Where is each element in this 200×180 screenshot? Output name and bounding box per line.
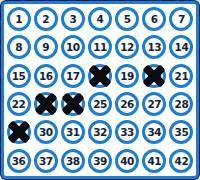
number-label: 42 bbox=[175, 156, 189, 167]
number-label: 40 bbox=[120, 156, 134, 167]
number-label: 8 bbox=[15, 42, 22, 53]
number-cell-20[interactable]: 20 bbox=[141, 62, 168, 90]
number-cell-15[interactable]: 15 bbox=[5, 62, 32, 90]
number-cell-42[interactable]: 42 bbox=[168, 147, 195, 175]
number-cell-9[interactable]: 9 bbox=[32, 33, 59, 61]
number-label: 16 bbox=[39, 71, 53, 82]
number-cell-37[interactable]: 37 bbox=[32, 147, 59, 175]
number-circle: 27 bbox=[142, 92, 166, 116]
number-label: 5 bbox=[124, 14, 131, 25]
number-cell-13[interactable]: 13 bbox=[141, 33, 168, 61]
number-circle: 2 bbox=[34, 7, 58, 31]
number-cell-25[interactable]: 25 bbox=[86, 90, 113, 118]
ticket-frame: 1234567891011121314151617181920212223242… bbox=[0, 0, 200, 180]
number-cell-29[interactable]: 29 bbox=[5, 118, 32, 146]
number-circle: 25 bbox=[88, 92, 112, 116]
number-circle: 37 bbox=[34, 149, 58, 173]
number-cell-26[interactable]: 26 bbox=[114, 90, 141, 118]
number-cell-11[interactable]: 11 bbox=[86, 33, 113, 61]
number-label: 33 bbox=[120, 127, 134, 138]
number-cell-14[interactable]: 14 bbox=[168, 33, 195, 61]
number-circle: 3 bbox=[61, 7, 85, 31]
number-circle: 30 bbox=[34, 120, 58, 144]
number-circle: 31 bbox=[61, 120, 85, 144]
number-label: 3 bbox=[69, 14, 76, 25]
number-label: 21 bbox=[175, 71, 189, 82]
number-cell-30[interactable]: 30 bbox=[32, 118, 59, 146]
number-label: 35 bbox=[175, 127, 189, 138]
number-label: 32 bbox=[93, 127, 107, 138]
number-cell-5[interactable]: 5 bbox=[114, 5, 141, 33]
number-label: 10 bbox=[66, 42, 80, 53]
number-label: 17 bbox=[66, 71, 80, 82]
number-circle: 21 bbox=[169, 64, 193, 88]
number-circle: 35 bbox=[169, 120, 193, 144]
number-label: 7 bbox=[178, 14, 185, 25]
number-cell-23[interactable]: 23 bbox=[32, 90, 59, 118]
number-label: 19 bbox=[120, 71, 134, 82]
number-circle: 36 bbox=[7, 149, 31, 173]
number-label: 25 bbox=[93, 99, 107, 110]
number-cell-41[interactable]: 41 bbox=[141, 147, 168, 175]
number-cell-24[interactable]: 24 bbox=[59, 90, 86, 118]
number-cell-8[interactable]: 8 bbox=[5, 33, 32, 61]
number-label: 36 bbox=[12, 156, 26, 167]
number-cell-33[interactable]: 33 bbox=[114, 118, 141, 146]
number-grid: 1234567891011121314151617181920212223242… bbox=[4, 4, 196, 176]
number-circle: 9 bbox=[34, 35, 58, 59]
number-circle: 34 bbox=[142, 120, 166, 144]
number-cell-22[interactable]: 22 bbox=[5, 90, 32, 118]
number-label: 41 bbox=[147, 156, 161, 167]
number-cell-19[interactable]: 19 bbox=[114, 62, 141, 90]
number-circle: 26 bbox=[115, 92, 139, 116]
number-cell-39[interactable]: 39 bbox=[86, 147, 113, 175]
number-circle: 22 bbox=[7, 92, 31, 116]
number-circle: 5 bbox=[115, 7, 139, 31]
number-label: 4 bbox=[97, 14, 104, 25]
number-circle: 33 bbox=[115, 120, 139, 144]
number-label: 15 bbox=[12, 71, 26, 82]
number-label: 37 bbox=[39, 156, 53, 167]
number-label: 31 bbox=[66, 127, 80, 138]
number-cell-34[interactable]: 34 bbox=[141, 118, 168, 146]
number-label: 1 bbox=[15, 14, 22, 25]
number-cell-31[interactable]: 31 bbox=[59, 118, 86, 146]
number-cell-35[interactable]: 35 bbox=[168, 118, 195, 146]
number-cell-7[interactable]: 7 bbox=[168, 5, 195, 33]
number-label: 28 bbox=[175, 99, 189, 110]
number-circle: 42 bbox=[169, 149, 193, 173]
number-cell-28[interactable]: 28 bbox=[168, 90, 195, 118]
number-circle: 38 bbox=[61, 149, 85, 173]
number-circle: 8 bbox=[7, 35, 31, 59]
number-label: 9 bbox=[42, 42, 49, 53]
number-circle: 19 bbox=[115, 64, 139, 88]
number-label: 11 bbox=[93, 42, 107, 53]
number-circle: 41 bbox=[142, 149, 166, 173]
number-circle: 16 bbox=[34, 64, 58, 88]
lottery-ticket: 1234567891011121314151617181920212223242… bbox=[1, 1, 199, 179]
number-cell-36[interactable]: 36 bbox=[5, 147, 32, 175]
number-label: 14 bbox=[175, 42, 189, 53]
number-cell-38[interactable]: 38 bbox=[59, 147, 86, 175]
number-cell-6[interactable]: 6 bbox=[141, 5, 168, 33]
number-circle: 40 bbox=[115, 149, 139, 173]
number-cell-1[interactable]: 1 bbox=[5, 5, 32, 33]
number-label: 34 bbox=[147, 127, 161, 138]
number-circle: 15 bbox=[7, 64, 31, 88]
number-label: 13 bbox=[147, 42, 161, 53]
number-circle: 14 bbox=[169, 35, 193, 59]
number-label: 30 bbox=[39, 127, 53, 138]
number-circle: 10 bbox=[61, 35, 85, 59]
number-label: 2 bbox=[42, 14, 49, 25]
number-circle: 11 bbox=[88, 35, 112, 59]
number-label: 38 bbox=[66, 156, 80, 167]
number-cell-12[interactable]: 12 bbox=[114, 33, 141, 61]
number-cell-3[interactable]: 3 bbox=[59, 5, 86, 33]
number-cell-18[interactable]: 18 bbox=[86, 62, 113, 90]
number-cell-32[interactable]: 32 bbox=[86, 118, 113, 146]
number-cell-16[interactable]: 16 bbox=[32, 62, 59, 90]
number-label: 26 bbox=[120, 99, 134, 110]
number-label: 12 bbox=[120, 42, 134, 53]
number-cell-40[interactable]: 40 bbox=[114, 147, 141, 175]
number-circle: 13 bbox=[142, 35, 166, 59]
number-cell-27[interactable]: 27 bbox=[141, 90, 168, 118]
number-circle: 39 bbox=[88, 149, 112, 173]
number-label: 22 bbox=[12, 99, 26, 110]
number-circle: 17 bbox=[61, 64, 85, 88]
number-cell-2[interactable]: 2 bbox=[32, 5, 59, 33]
number-cell-21[interactable]: 21 bbox=[168, 62, 195, 90]
number-circle: 4 bbox=[88, 7, 112, 31]
number-circle: 12 bbox=[115, 35, 139, 59]
number-circle: 1 bbox=[7, 7, 31, 31]
number-label: 39 bbox=[93, 156, 107, 167]
number-circle: 7 bbox=[169, 7, 193, 31]
number-circle: 28 bbox=[169, 92, 193, 116]
number-cell-4[interactable]: 4 bbox=[86, 5, 113, 33]
number-label: 6 bbox=[151, 14, 158, 25]
number-circle: 6 bbox=[142, 7, 166, 31]
number-label: 27 bbox=[147, 99, 161, 110]
number-circle: 32 bbox=[88, 120, 112, 144]
number-cell-10[interactable]: 10 bbox=[59, 33, 86, 61]
number-cell-17[interactable]: 17 bbox=[59, 62, 86, 90]
